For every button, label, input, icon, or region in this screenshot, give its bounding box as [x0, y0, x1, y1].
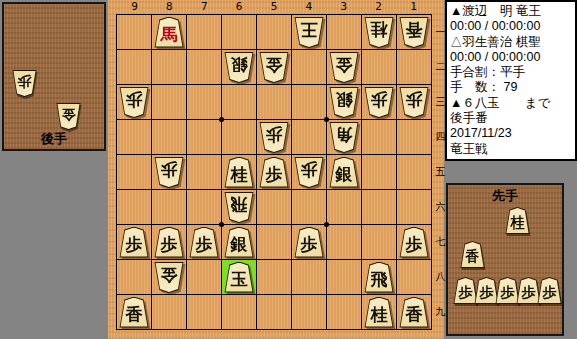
piece-kanji: 歩	[259, 157, 289, 188]
sente-piece: 香	[399, 297, 429, 328]
square-5-5[interactable]: 歩	[257, 155, 291, 189]
piece-kanji: 飛	[364, 262, 394, 293]
piece-kanji: 歩	[259, 122, 289, 153]
square-1-5[interactable]	[397, 155, 431, 189]
square-7-4[interactable]	[187, 120, 221, 154]
sente-piece: 桂	[364, 297, 394, 328]
sente-piece: 歩	[154, 227, 184, 258]
square-1-2[interactable]	[397, 50, 431, 84]
square-3-3[interactable]: 銀	[327, 85, 361, 119]
square-7-7[interactable]: 歩	[187, 225, 221, 259]
square-8-7[interactable]: 歩	[152, 225, 186, 259]
square-5-8[interactable]	[257, 260, 291, 294]
gote-piece: 歩	[364, 87, 394, 118]
square-7-9[interactable]	[187, 295, 221, 329]
sente-captured-tray: 先手 桂香歩歩歩歩歩	[446, 183, 564, 336]
square-1-9[interactable]: 香	[397, 295, 431, 329]
sente-piece: 銀	[329, 157, 359, 188]
square-3-1[interactable]	[327, 15, 361, 49]
square-9-4[interactable]	[117, 120, 151, 154]
gote-piece: 角	[329, 122, 359, 153]
square-5-3[interactable]	[257, 85, 291, 119]
gote-piece[interactable]: 金	[56, 103, 81, 130]
piece-kanji: 金	[259, 52, 289, 83]
square-1-6[interactable]	[397, 190, 431, 224]
square-6-9[interactable]	[222, 295, 256, 329]
piece-kanji: 歩	[537, 277, 562, 304]
star-point	[324, 222, 329, 227]
gote-piece[interactable]: 歩	[12, 70, 37, 97]
square-6-4[interactable]	[222, 120, 256, 154]
piece-kanji: 歩	[364, 87, 394, 118]
square-6-6[interactable]: 飛	[222, 190, 256, 224]
square-5-9[interactable]	[257, 295, 291, 329]
piece-kanji: 歩	[399, 87, 429, 118]
piece-kanji: 歩	[154, 157, 184, 188]
piece-kanji: 歩	[119, 87, 149, 118]
square-8-6[interactable]	[152, 190, 186, 224]
square-4-3[interactable]	[292, 85, 326, 119]
square-4-1[interactable]: 王	[292, 15, 326, 49]
gote-piece: 歩	[399, 87, 429, 118]
square-6-1[interactable]	[222, 15, 256, 49]
file-label: 7	[187, 0, 222, 13]
square-2-6[interactable]	[362, 190, 396, 224]
sente-piece: 歩	[189, 227, 219, 258]
square-2-7[interactable]	[362, 225, 396, 259]
info-line: 竜王戦	[450, 142, 572, 157]
square-5-4[interactable]: 歩	[257, 120, 291, 154]
sente-piece: 香	[119, 297, 149, 328]
piece-kanji: 香	[460, 241, 485, 268]
piece-kanji: 歩	[154, 227, 184, 258]
info-line: 00:00 / 00:00:00	[450, 19, 572, 34]
square-7-3[interactable]	[187, 85, 221, 119]
info-line: 2017/11/23	[450, 126, 572, 141]
square-5-6[interactable]	[257, 190, 291, 224]
file-label: 1	[396, 0, 431, 13]
square-3-9[interactable]	[327, 295, 361, 329]
square-7-2[interactable]	[187, 50, 221, 84]
gote-piece: 桂	[364, 17, 394, 48]
info-line: ▲渡辺 明 竜王	[450, 4, 572, 19]
square-3-6[interactable]	[327, 190, 361, 224]
piece-kanji: 金	[154, 262, 184, 293]
sente-piece: 歩	[399, 227, 429, 258]
square-3-4[interactable]: 角	[327, 120, 361, 154]
sente-piece: 歩	[294, 227, 324, 258]
square-1-4[interactable]	[397, 120, 431, 154]
square-6-8[interactable]: 玉	[222, 260, 256, 294]
piece-kanji: 香	[119, 297, 149, 328]
square-3-8[interactable]	[327, 260, 361, 294]
shogi-board: 987654321 一二三四五六七八九 馬王桂香銀金金歩銀歩歩歩角歩桂歩歩銀飛歩…	[108, 0, 444, 339]
square-9-7[interactable]: 歩	[117, 225, 151, 259]
piece-kanji: 王	[294, 17, 324, 48]
gote-tray-label: 後手	[4, 130, 104, 148]
square-8-4[interactable]	[152, 120, 186, 154]
square-9-6[interactable]	[117, 190, 151, 224]
gote-piece: 金	[154, 262, 184, 293]
piece-kanji: 角	[329, 122, 359, 153]
square-8-8[interactable]: 金	[152, 260, 186, 294]
square-3-2[interactable]: 金	[327, 50, 361, 84]
square-7-8[interactable]	[187, 260, 221, 294]
file-label: 3	[326, 0, 361, 13]
star-point	[219, 117, 224, 122]
file-coordinates: 987654321	[117, 0, 431, 13]
file-label: 6	[222, 0, 257, 13]
sente-promoted-piece: 馬	[154, 17, 184, 48]
file-label: 9	[117, 0, 152, 13]
square-1-8[interactable]	[397, 260, 431, 294]
file-label: 2	[361, 0, 396, 13]
sente-tray-label: 先手	[448, 187, 562, 205]
piece-kanji: 歩	[119, 227, 149, 258]
piece-kanji: 歩	[294, 157, 324, 188]
piece-kanji: 馬	[154, 17, 184, 48]
info-line: 後手番	[450, 111, 572, 126]
square-9-8[interactable]	[117, 260, 151, 294]
square-9-3[interactable]: 歩	[117, 85, 151, 119]
piece-kanji: 玉	[224, 262, 254, 293]
square-4-9[interactable]	[292, 295, 326, 329]
square-8-5[interactable]: 歩	[152, 155, 186, 189]
gote-piece: 王	[294, 17, 324, 48]
sente-piece: 玉	[224, 262, 254, 293]
piece-kanji: 桂	[224, 157, 254, 188]
square-9-5[interactable]	[117, 155, 151, 189]
piece-kanji: 銀	[224, 52, 254, 83]
piece-kanji: 銀	[329, 157, 359, 188]
square-9-1[interactable]	[117, 15, 151, 49]
info-line: ▲６八玉 まで	[450, 96, 572, 111]
square-8-1[interactable]: 馬	[152, 15, 186, 49]
piece-kanji: 桂	[364, 297, 394, 328]
piece-kanji: 金	[329, 52, 359, 83]
gote-piece: 歩	[154, 157, 184, 188]
square-5-2[interactable]: 金	[257, 50, 291, 84]
gote-piece: 銀	[224, 52, 254, 83]
sente-piece: 銀	[224, 227, 254, 258]
gote-captured-tray: 後手 歩金	[2, 2, 106, 151]
gote-piece: 銀	[329, 87, 359, 118]
game-info-panel: ▲渡辺 明 竜王00:00 / 00:00:00△羽生善治 棋聖00:00 / …	[445, 0, 577, 161]
sente-piece[interactable]: 桂	[505, 207, 530, 234]
square-2-3[interactable]: 歩	[362, 85, 396, 119]
file-label: 5	[257, 0, 292, 13]
square-6-5[interactable]: 桂	[222, 155, 256, 189]
piece-kanji: 飛	[224, 192, 254, 223]
square-9-9[interactable]: 香	[117, 295, 151, 329]
gote-piece: 飛	[224, 192, 254, 223]
square-8-3[interactable]	[152, 85, 186, 119]
square-1-1[interactable]: 香	[397, 15, 431, 49]
board-grid: 馬王桂香銀金金歩銀歩歩歩角歩桂歩歩銀飛歩歩歩銀歩歩金玉飛香桂香	[116, 14, 432, 330]
square-6-7[interactable]: 銀	[222, 225, 256, 259]
square-4-4[interactable]	[292, 120, 326, 154]
info-line: 手合割：平手	[450, 65, 572, 80]
square-2-4[interactable]	[362, 120, 396, 154]
square-6-2[interactable]: 銀	[222, 50, 256, 84]
piece-kanji: 歩	[189, 227, 219, 258]
sente-piece: 歩	[259, 157, 289, 188]
file-label: 4	[291, 0, 326, 13]
square-4-5[interactable]: 歩	[292, 155, 326, 189]
info-line: 手 数： 79	[450, 80, 572, 95]
piece-kanji: 歩	[12, 70, 37, 97]
square-4-6[interactable]	[292, 190, 326, 224]
piece-kanji: 香	[399, 17, 429, 48]
gote-piece: 歩	[119, 87, 149, 118]
square-5-7[interactable]	[257, 225, 291, 259]
sente-piece: 歩	[119, 227, 149, 258]
square-1-7[interactable]: 歩	[397, 225, 431, 259]
square-1-3[interactable]: 歩	[397, 85, 431, 119]
piece-kanji: 金	[56, 103, 81, 130]
sente-piece: 飛	[364, 262, 394, 293]
piece-kanji: 香	[399, 297, 429, 328]
square-7-5[interactable]	[187, 155, 221, 189]
sente-piece[interactable]: 香	[460, 241, 485, 268]
square-6-3[interactable]	[222, 85, 256, 119]
square-2-8[interactable]: 飛	[362, 260, 396, 294]
square-7-1[interactable]	[187, 15, 221, 49]
piece-kanji: 歩	[399, 227, 429, 258]
square-2-9[interactable]: 桂	[362, 295, 396, 329]
square-7-6[interactable]	[187, 190, 221, 224]
gote-piece: 歩	[294, 157, 324, 188]
gote-piece: 歩	[259, 122, 289, 153]
square-4-7[interactable]: 歩	[292, 225, 326, 259]
square-2-1[interactable]: 桂	[362, 15, 396, 49]
square-4-8[interactable]	[292, 260, 326, 294]
piece-kanji: 銀	[329, 87, 359, 118]
square-5-1[interactable]	[257, 15, 291, 49]
square-4-2[interactable]	[292, 50, 326, 84]
file-label: 8	[152, 0, 187, 13]
info-line: △羽生善治 棋聖	[450, 35, 572, 50]
square-8-9[interactable]	[152, 295, 186, 329]
square-3-7[interactable]	[327, 225, 361, 259]
sente-piece[interactable]: 歩	[537, 277, 562, 304]
square-2-5[interactable]	[362, 155, 396, 189]
square-2-2[interactable]	[362, 50, 396, 84]
piece-kanji: 桂	[364, 17, 394, 48]
square-9-2[interactable]	[117, 50, 151, 84]
piece-kanji: 桂	[505, 207, 530, 234]
gote-piece: 金	[329, 52, 359, 83]
gote-piece: 香	[399, 17, 429, 48]
square-8-2[interactable]	[152, 50, 186, 84]
piece-kanji: 銀	[224, 227, 254, 258]
square-3-5[interactable]: 銀	[327, 155, 361, 189]
info-line: 00:00 / 00:00:00	[450, 50, 572, 65]
sente-piece: 桂	[224, 157, 254, 188]
piece-kanji: 歩	[294, 227, 324, 258]
gote-piece: 金	[259, 52, 289, 83]
